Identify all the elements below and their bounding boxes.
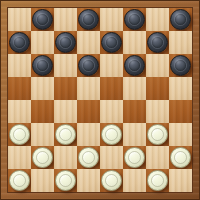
square-r3c5 [100, 54, 123, 77]
square-r7c4[interactable] [77, 146, 100, 169]
square-r3c2[interactable] [31, 54, 54, 77]
square-r2c4 [77, 31, 100, 54]
square-r4c7[interactable] [146, 77, 169, 100]
square-r6c8 [169, 123, 192, 146]
dark-piece[interactable] [124, 55, 145, 76]
square-r2c7[interactable] [146, 31, 169, 54]
light-piece[interactable] [55, 124, 76, 145]
dark-piece[interactable] [170, 9, 191, 30]
dark-piece[interactable] [32, 9, 53, 30]
light-piece[interactable] [32, 147, 53, 168]
square-r2c5[interactable] [100, 31, 123, 54]
dark-piece[interactable] [170, 55, 191, 76]
square-r7c8[interactable] [169, 146, 192, 169]
square-r4c3[interactable] [54, 77, 77, 100]
dark-piece[interactable] [124, 9, 145, 30]
square-r2c1[interactable] [8, 31, 31, 54]
square-r6c3[interactable] [54, 123, 77, 146]
square-r4c8 [169, 77, 192, 100]
square-r8c1[interactable] [8, 169, 31, 192]
light-piece[interactable] [9, 170, 30, 191]
square-r3c7 [146, 54, 169, 77]
square-r6c5[interactable] [100, 123, 123, 146]
light-piece[interactable] [147, 124, 168, 145]
square-r7c6[interactable] [123, 146, 146, 169]
square-r1c4[interactable] [77, 8, 100, 31]
checkers-app [0, 0, 200, 200]
square-r1c1 [8, 8, 31, 31]
square-r6c7[interactable] [146, 123, 169, 146]
square-r7c7 [146, 146, 169, 169]
dark-piece[interactable] [32, 55, 53, 76]
dark-piece[interactable] [55, 32, 76, 53]
square-r5c8[interactable] [169, 100, 192, 123]
square-r4c2 [31, 77, 54, 100]
square-r5c4[interactable] [77, 100, 100, 123]
light-piece[interactable] [170, 147, 191, 168]
square-r1c7 [146, 8, 169, 31]
square-r8c7[interactable] [146, 169, 169, 192]
square-r5c2[interactable] [31, 100, 54, 123]
square-r6c4 [77, 123, 100, 146]
square-r4c4 [77, 77, 100, 100]
light-piece[interactable] [101, 124, 122, 145]
square-r7c2[interactable] [31, 146, 54, 169]
light-piece[interactable] [147, 170, 168, 191]
dark-piece[interactable] [78, 55, 99, 76]
square-r3c3 [54, 54, 77, 77]
square-r7c3 [54, 146, 77, 169]
dark-piece[interactable] [78, 9, 99, 30]
light-piece[interactable] [101, 170, 122, 191]
board-grid [7, 7, 193, 193]
square-r8c8 [169, 169, 192, 192]
dark-piece[interactable] [101, 32, 122, 53]
square-r8c3[interactable] [54, 169, 77, 192]
square-r4c6 [123, 77, 146, 100]
board-frame [0, 0, 200, 200]
square-r6c6 [123, 123, 146, 146]
square-r6c1[interactable] [8, 123, 31, 146]
light-piece[interactable] [78, 147, 99, 168]
dark-piece[interactable] [147, 32, 168, 53]
square-r1c6[interactable] [123, 8, 146, 31]
square-r1c2[interactable] [31, 8, 54, 31]
square-r2c3[interactable] [54, 31, 77, 54]
square-r3c1 [8, 54, 31, 77]
square-r2c6 [123, 31, 146, 54]
square-r1c3 [54, 8, 77, 31]
square-r1c8[interactable] [169, 8, 192, 31]
square-r3c4[interactable] [77, 54, 100, 77]
dark-piece[interactable] [9, 32, 30, 53]
light-piece[interactable] [9, 124, 30, 145]
square-r3c8[interactable] [169, 54, 192, 77]
square-r7c5 [100, 146, 123, 169]
square-r8c2 [31, 169, 54, 192]
square-r5c6[interactable] [123, 100, 146, 123]
square-r2c2 [31, 31, 54, 54]
square-r1c5 [100, 8, 123, 31]
square-r5c1 [8, 100, 31, 123]
square-r2c8 [169, 31, 192, 54]
square-r4c5[interactable] [100, 77, 123, 100]
square-r8c5[interactable] [100, 169, 123, 192]
square-r6c2 [31, 123, 54, 146]
light-piece[interactable] [55, 170, 76, 191]
square-r7c1 [8, 146, 31, 169]
square-r8c4 [77, 169, 100, 192]
square-r8c6 [123, 169, 146, 192]
square-r5c3 [54, 100, 77, 123]
square-r3c6[interactable] [123, 54, 146, 77]
light-piece[interactable] [124, 147, 145, 168]
square-r5c7 [146, 100, 169, 123]
square-r4c1[interactable] [8, 77, 31, 100]
square-r5c5 [100, 100, 123, 123]
